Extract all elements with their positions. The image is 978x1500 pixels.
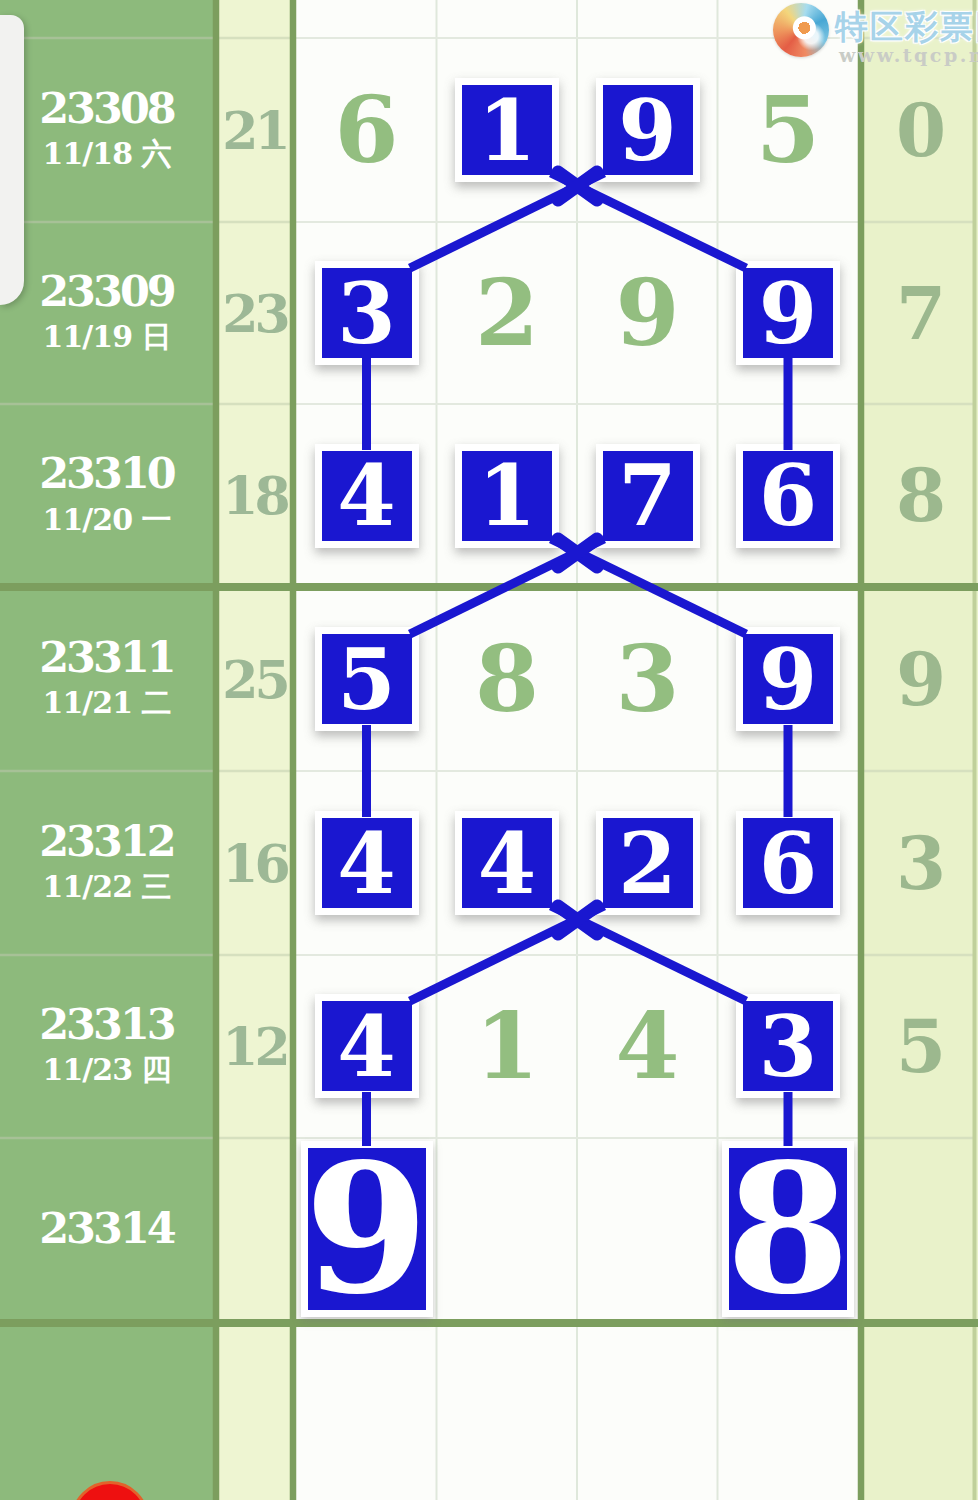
digit-value: 2 xyxy=(475,259,539,367)
draw-date: 11/20 一 xyxy=(43,500,171,541)
hot-digit-box: 5 xyxy=(315,627,419,731)
digit-cell: 7 xyxy=(577,404,718,587)
hot-digit-box: 9 xyxy=(596,78,700,182)
digit-cell: 3 xyxy=(296,222,437,404)
right-digit-cell: 5 xyxy=(864,955,978,1137)
right-digit-cell xyxy=(864,1137,978,1320)
right-digit-cell: 3 xyxy=(864,771,978,955)
draw-date: 11/23 四 xyxy=(43,1050,171,1091)
draw-row-23310: 23310 11/20 一 18 4 1 7 6 8 xyxy=(0,404,978,587)
sum-cell: 25 xyxy=(219,587,290,771)
hot-digit-box: 6 xyxy=(736,444,840,548)
digit-value: 3 xyxy=(615,625,679,733)
hot-digit-box: 9 xyxy=(736,627,840,731)
digit-cell: 3 xyxy=(718,955,858,1137)
right-digit-value: 8 xyxy=(896,453,946,538)
sum-value: 18 xyxy=(222,465,286,526)
hot-digit-box: 4 xyxy=(455,811,559,915)
draw-period: 23311 xyxy=(39,634,174,681)
draw-period: 23308 xyxy=(39,85,174,132)
hot-digit-box-big: 8 xyxy=(722,1141,854,1317)
digit-cell: 1 xyxy=(437,404,577,587)
digit-cell xyxy=(577,1137,718,1320)
right-digit-value: 3 xyxy=(896,821,946,906)
hot-digit-box: 4 xyxy=(315,994,419,1098)
draw-row-23311: 23311 11/21 二 25 5 8 3 9 9 xyxy=(0,587,978,771)
right-digit-value: 5 xyxy=(896,1004,946,1089)
draw-row-23314: 23314 9 8 xyxy=(0,1137,978,1320)
hot-digit-box: 1 xyxy=(455,444,559,548)
right-digit-value: 0 xyxy=(896,88,946,173)
digit-cell: 6 xyxy=(718,771,858,955)
draw-row-23313: 23313 11/23 四 12 4 1 4 3 5 xyxy=(0,955,978,1137)
sum-value: 12 xyxy=(222,1016,286,1077)
hot-digit-box-big: 9 xyxy=(301,1141,433,1317)
drawer-handle[interactable] xyxy=(0,15,24,305)
digit-cell: 9 xyxy=(577,222,718,404)
right-digit-cell: 7 xyxy=(864,222,978,404)
hot-digit-box: 7 xyxy=(596,444,700,548)
draw-label-cell: 23308 11/18 六 xyxy=(0,38,213,222)
sum-cell: 23 xyxy=(219,222,290,404)
digit-cell: 2 xyxy=(437,222,577,404)
digit-cell: 4 xyxy=(296,404,437,587)
digit-cell: 1 xyxy=(437,38,577,222)
digit-cell: 2 xyxy=(577,771,718,955)
draw-date: 11/19 日 xyxy=(43,317,171,358)
digit-cell: 3 xyxy=(577,587,718,771)
draw-row-23312: 23312 11/22 三 16 4 4 2 6 3 xyxy=(0,771,978,955)
sum-cell: 21 xyxy=(219,38,290,222)
sum-value: 21 xyxy=(222,100,286,161)
sum-value: 16 xyxy=(222,833,286,894)
draw-label-cell: 23309 11/19 日 xyxy=(0,222,213,404)
draw-date: 11/22 三 xyxy=(43,867,171,908)
digit-value: 9 xyxy=(615,259,679,367)
digit-value: 1 xyxy=(475,992,539,1100)
digit-cell: 5 xyxy=(296,587,437,771)
draw-period: 23313 xyxy=(39,1001,174,1048)
swirl-logo-icon xyxy=(773,3,829,57)
site-logo-url: www.tqcp.net xyxy=(835,44,978,66)
digit-value: 6 xyxy=(334,76,398,184)
draw-label-cell: 23313 11/23 四 xyxy=(0,955,213,1137)
digit-cell: 6 xyxy=(296,38,437,222)
hot-digit-box: 2 xyxy=(596,811,700,915)
sum-value: 25 xyxy=(222,649,286,710)
draw-period: 23312 xyxy=(39,818,174,865)
hot-digit-box: 6 xyxy=(736,811,840,915)
sum-cell: 18 xyxy=(219,404,290,587)
digit-cell: 9 xyxy=(577,38,718,222)
draw-label-cell: 23311 11/21 二 xyxy=(0,587,213,771)
digit-cell: 9 xyxy=(718,222,858,404)
digit-cell: 9 xyxy=(296,1137,437,1320)
site-logo: 特区彩票网 www.tqcp.net xyxy=(773,3,978,66)
digit-cell: 4 xyxy=(296,955,437,1137)
site-logo-name: 特区彩票网 xyxy=(835,9,978,45)
digit-value: 4 xyxy=(615,992,679,1100)
lottery-trend-chart-screen: 23308 11/18 六 21 6 1 9 5 0 23309 11/19 日… xyxy=(0,0,978,1500)
hot-digit-box: 1 xyxy=(455,78,559,182)
draw-period: 23314 xyxy=(39,1205,174,1252)
draw-date: 11/21 二 xyxy=(43,683,171,724)
hot-digit-box: 3 xyxy=(315,261,419,365)
hot-digit-box: 4 xyxy=(315,444,419,548)
right-digit-value: 7 xyxy=(896,271,946,356)
digit-value: 8 xyxy=(475,625,539,733)
sum-cell xyxy=(219,1137,290,1320)
digit-cell: 8 xyxy=(718,1137,858,1320)
hot-digit-box: 9 xyxy=(736,261,840,365)
digit-cell: 8 xyxy=(437,587,577,771)
hot-digit-box: 3 xyxy=(736,994,840,1098)
digit-value: 5 xyxy=(756,76,820,184)
site-logo-texts: 特区彩票网 www.tqcp.net xyxy=(835,3,978,66)
draw-period: 23309 xyxy=(39,268,174,315)
draw-period: 23310 xyxy=(39,450,174,497)
sum-value: 23 xyxy=(222,283,286,344)
draw-date: 11/18 六 xyxy=(43,134,171,175)
draw-label-cell: 23312 11/22 三 xyxy=(0,771,213,955)
sum-cell: 16 xyxy=(219,771,290,955)
right-digit-cell: 9 xyxy=(864,587,978,771)
digit-cell: 1 xyxy=(437,955,577,1137)
draw-label-cell: 23310 11/20 一 xyxy=(0,404,213,587)
digit-cell: 6 xyxy=(718,404,858,587)
hot-digit-box: 4 xyxy=(315,811,419,915)
digit-cell: 9 xyxy=(718,587,858,771)
draw-row-23309: 23309 11/19 日 23 3 2 9 9 7 xyxy=(0,222,978,404)
digit-cell xyxy=(437,1137,577,1320)
digit-cell: 4 xyxy=(296,771,437,955)
draw-label-cell: 23314 xyxy=(0,1137,213,1320)
sum-cell: 12 xyxy=(219,955,290,1137)
digit-cell: 4 xyxy=(577,955,718,1137)
right-digit-value: 9 xyxy=(896,637,946,722)
digit-cell: 4 xyxy=(437,771,577,955)
right-digit-cell: 8 xyxy=(864,404,978,587)
